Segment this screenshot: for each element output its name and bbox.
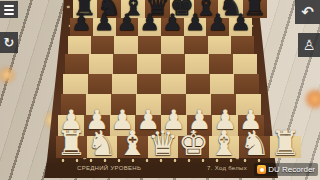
square-h4[interactable] (234, 74, 258, 94)
undo-arrow-icon: ↶ (301, 3, 314, 21)
du-recorder-watermark: DU Recorder (254, 163, 318, 176)
black-rook-piece: ♜ (73, 0, 97, 19)
square-g3[interactable] (211, 94, 236, 115)
square-b6[interactable] (91, 36, 114, 55)
square-e3[interactable] (161, 94, 186, 115)
undo-move-button[interactable]: ↶ (295, 0, 320, 24)
square-f4[interactable] (186, 74, 210, 94)
square-c6[interactable] (114, 36, 137, 55)
square-g7[interactable]: ♟ (206, 18, 229, 36)
square-e2[interactable]: ♟ (161, 115, 187, 136)
square-d5[interactable] (137, 54, 161, 73)
square-a8[interactable]: ♜ (73, 0, 97, 18)
board-row-rank-1: ♜♞♝♛♚♝♞♜ (56, 136, 266, 158)
board-row-rank-8: ♜♞♝♛♚♝♞♜ (73, 0, 250, 18)
square-f7[interactable]: ♟ (184, 18, 207, 36)
square-e1[interactable]: ♚ (178, 136, 209, 158)
board-row-rank-3 (61, 94, 262, 115)
square-b1[interactable]: ♞ (87, 136, 118, 158)
black-king-piece: ♚ (170, 0, 194, 19)
square-c8[interactable]: ♝ (121, 0, 145, 18)
square-d6[interactable] (138, 36, 161, 55)
square-c4[interactable] (112, 74, 136, 94)
square-d7[interactable]: ♟ (138, 18, 161, 36)
square-h7[interactable]: ♟ (229, 18, 252, 36)
square-c3[interactable] (111, 94, 136, 115)
board-row-rank-7: ♟♟♟♟♟♟♟♟ (70, 18, 252, 36)
square-d2[interactable]: ♟ (135, 115, 161, 136)
square-g4[interactable] (210, 74, 234, 94)
square-b4[interactable] (88, 74, 112, 94)
pawn-outline-icon: ♙ (303, 37, 316, 53)
square-e8[interactable]: ♚ (170, 0, 194, 18)
board-row-rank-5 (65, 54, 256, 73)
square-a4[interactable] (63, 74, 87, 94)
square-e5[interactable] (161, 54, 185, 73)
square-a7[interactable]: ♟ (70, 18, 93, 36)
background-light-glow (0, 68, 14, 82)
square-h8[interactable]: ♜ (243, 0, 267, 18)
square-a2[interactable]: ♟ (58, 115, 84, 136)
square-d4[interactable] (137, 74, 161, 94)
chess-app-screen: ♜♞♝♛♚♝♞♜♟♟♟♟♟♟♟♟♟♟♟♟♟♟♟♟♜♞♝♛♚♝♞♜ СРЕДНИЙ… (0, 0, 320, 180)
chess-board: ♜♞♝♛♚♝♞♜♟♟♟♟♟♟♟♟♟♟♟♟♟♟♟♟♜♞♝♛♚♝♞♜ СРЕДНИЙ… (41, 0, 281, 180)
square-f2[interactable]: ♟ (187, 115, 213, 136)
black-rook-piece: ♜ (243, 0, 267, 19)
square-a6[interactable] (68, 36, 91, 55)
square-g1[interactable]: ♞ (239, 136, 270, 158)
square-b2[interactable]: ♟ (84, 115, 110, 136)
square-b3[interactable] (86, 94, 111, 115)
square-g8[interactable]: ♞ (218, 0, 242, 18)
black-queen-piece: ♛ (145, 0, 169, 19)
square-c2[interactable]: ♟ (110, 115, 136, 136)
square-c1[interactable]: ♝ (117, 136, 148, 158)
square-a5[interactable] (65, 54, 89, 73)
square-h6[interactable] (231, 36, 254, 55)
square-h3[interactable] (236, 94, 261, 115)
square-b8[interactable]: ♞ (97, 0, 121, 18)
square-f6[interactable] (184, 36, 207, 55)
menu-button[interactable] (0, 1, 18, 18)
square-h1[interactable]: ♜ (270, 136, 301, 158)
square-f1[interactable]: ♝ (209, 136, 240, 158)
board-front-edge (57, 158, 265, 163)
square-b5[interactable] (89, 54, 113, 73)
square-g5[interactable] (209, 54, 233, 73)
black-bishop-piece: ♝ (121, 0, 145, 19)
square-h2[interactable]: ♟ (238, 115, 264, 136)
square-c5[interactable] (113, 54, 137, 73)
rotate-arrow-icon: ↻ (4, 35, 15, 50)
square-d1[interactable]: ♛ (148, 136, 179, 158)
square-g6[interactable] (208, 36, 231, 55)
square-e4[interactable] (161, 74, 185, 94)
piece-style-button[interactable]: ♙ (298, 33, 320, 57)
level-label: СРЕДНИЙ УРОВЕНЬ (77, 165, 141, 171)
rotate-board-button[interactable]: ↻ (0, 32, 18, 53)
black-knight-piece: ♞ (97, 0, 121, 19)
square-d8[interactable]: ♛ (145, 0, 169, 18)
board-row-rank-2: ♟♟♟♟♟♟♟♟ (58, 115, 263, 136)
square-f8[interactable]: ♝ (194, 0, 218, 18)
square-g2[interactable]: ♟ (212, 115, 238, 136)
watermark-label: DU Recorder (268, 165, 315, 174)
square-f3[interactable] (186, 94, 211, 115)
turn-label: 7. Ход белых (207, 165, 247, 171)
square-e7[interactable]: ♟ (161, 18, 184, 36)
square-a1[interactable]: ♜ (56, 136, 87, 158)
square-e6[interactable] (161, 36, 184, 55)
square-h5[interactable] (233, 54, 257, 73)
board-row-rank-6 (68, 36, 254, 55)
background-light-glow (306, 90, 320, 108)
square-c7[interactable]: ♟ (116, 18, 139, 36)
square-d3[interactable] (136, 94, 161, 115)
square-a3[interactable] (61, 94, 86, 115)
white-rook-piece: ♜ (270, 126, 301, 160)
du-recorder-camera-icon (257, 165, 266, 174)
board-row-rank-4 (63, 74, 259, 94)
square-b7[interactable]: ♟ (93, 18, 116, 36)
board-squares: ♜♞♝♛♚♝♞♜♟♟♟♟♟♟♟♟♟♟♟♟♟♟♟♟♜♞♝♛♚♝♞♜ (41, 0, 281, 158)
black-bishop-piece: ♝ (194, 0, 218, 19)
status-bar: СРЕДНИЙ УРОВЕНЬ 7. Ход белых (77, 165, 247, 171)
square-f5[interactable] (185, 54, 209, 73)
hamburger-menu-icon (4, 5, 14, 7)
black-knight-piece: ♞ (218, 0, 242, 19)
